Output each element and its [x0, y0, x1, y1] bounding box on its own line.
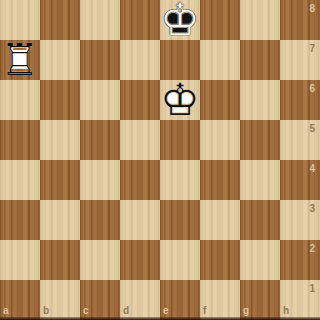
square-f4[interactable]: [200, 160, 240, 200]
square-f2[interactable]: [200, 240, 240, 280]
rank-label-3: 3: [309, 204, 315, 214]
square-b5[interactable]: [40, 120, 80, 160]
square-e2[interactable]: [160, 240, 200, 280]
rank-label-8: 8: [309, 4, 315, 14]
rank-label-2: 2: [309, 244, 315, 254]
square-b7[interactable]: [40, 40, 80, 80]
square-d4[interactable]: [120, 160, 160, 200]
file-label-c: c: [83, 306, 89, 316]
square-a8[interactable]: [0, 0, 40, 40]
square-c4[interactable]: [80, 160, 120, 200]
square-e7[interactable]: [160, 40, 200, 80]
square-e3[interactable]: [160, 200, 200, 240]
square-g4[interactable]: [240, 160, 280, 200]
square-c3[interactable]: [80, 200, 120, 240]
white-king-silhouette-icon: ♚: [160, 80, 199, 120]
piece-white-king[interactable]: ♚♔: [160, 80, 200, 120]
square-b6[interactable]: [40, 80, 80, 120]
square-c2[interactable]: [80, 240, 120, 280]
rank-label-5: 5: [309, 124, 315, 134]
square-f3[interactable]: [200, 200, 240, 240]
square-c8[interactable]: [80, 0, 120, 40]
square-a1[interactable]: a: [0, 280, 40, 320]
square-a2[interactable]: [0, 240, 40, 280]
file-label-h: h: [283, 306, 289, 316]
file-label-f: f: [203, 306, 206, 316]
white-rook-silhouette-icon: ♜: [0, 40, 39, 80]
file-label-a: a: [3, 306, 9, 316]
square-g2[interactable]: [240, 240, 280, 280]
file-label-b: b: [43, 306, 49, 316]
square-h8[interactable]: 8: [280, 0, 320, 40]
square-d3[interactable]: [120, 200, 160, 240]
square-d2[interactable]: [120, 240, 160, 280]
square-g3[interactable]: [240, 200, 280, 240]
white-king-outline-icon: ♔: [160, 80, 199, 120]
square-a3[interactable]: [0, 200, 40, 240]
square-h4[interactable]: 4: [280, 160, 320, 200]
square-a7[interactable]: ♜♖: [0, 40, 40, 80]
square-d6[interactable]: [120, 80, 160, 120]
rank-label-4: 4: [309, 164, 315, 174]
square-h5[interactable]: 5: [280, 120, 320, 160]
square-a6[interactable]: [0, 80, 40, 120]
square-e6[interactable]: ♚♔: [160, 80, 200, 120]
square-h3[interactable]: 3: [280, 200, 320, 240]
square-h1[interactable]: h1: [280, 280, 320, 320]
square-g6[interactable]: [240, 80, 280, 120]
square-f7[interactable]: [200, 40, 240, 80]
file-label-e: e: [163, 306, 169, 316]
chess-board: ♚♔8♜♖7♚♔65432abcdefgh1: [0, 0, 320, 320]
file-label-d: d: [123, 306, 129, 316]
square-b4[interactable]: [40, 160, 80, 200]
square-a4[interactable]: [0, 160, 40, 200]
square-e8[interactable]: ♚♔: [160, 0, 200, 40]
square-c5[interactable]: [80, 120, 120, 160]
rank-label-7: 7: [309, 44, 315, 54]
square-g1[interactable]: g: [240, 280, 280, 320]
square-g7[interactable]: [240, 40, 280, 80]
square-h2[interactable]: 2: [280, 240, 320, 280]
square-f6[interactable]: [200, 80, 240, 120]
square-b3[interactable]: [40, 200, 80, 240]
square-a5[interactable]: [0, 120, 40, 160]
file-label-g: g: [243, 306, 249, 316]
square-f1[interactable]: f: [200, 280, 240, 320]
board-squares: ♚♔8♜♖7♚♔65432abcdefgh1: [0, 0, 320, 320]
square-f5[interactable]: [200, 120, 240, 160]
square-c1[interactable]: c: [80, 280, 120, 320]
square-g5[interactable]: [240, 120, 280, 160]
square-e1[interactable]: e: [160, 280, 200, 320]
piece-white-rook[interactable]: ♜♖: [0, 40, 40, 80]
square-d1[interactable]: d: [120, 280, 160, 320]
rank-label-6: 6: [309, 84, 315, 94]
square-b1[interactable]: b: [40, 280, 80, 320]
square-h6[interactable]: 6: [280, 80, 320, 120]
square-c6[interactable]: [80, 80, 120, 120]
square-e5[interactable]: [160, 120, 200, 160]
square-h7[interactable]: 7: [280, 40, 320, 80]
square-b8[interactable]: [40, 0, 80, 40]
square-f8[interactable]: [200, 0, 240, 40]
square-d5[interactable]: [120, 120, 160, 160]
square-d8[interactable]: [120, 0, 160, 40]
black-king-outline-icon: ♔: [160, 0, 199, 40]
square-b2[interactable]: [40, 240, 80, 280]
square-e4[interactable]: [160, 160, 200, 200]
piece-black-king[interactable]: ♚♔: [160, 0, 200, 40]
white-rook-outline-icon: ♖: [0, 40, 39, 80]
square-c7[interactable]: [80, 40, 120, 80]
rank-label-1: 1: [309, 284, 315, 294]
square-d7[interactable]: [120, 40, 160, 80]
black-king-silhouette-icon: ♚: [160, 0, 199, 40]
square-g8[interactable]: [240, 0, 280, 40]
